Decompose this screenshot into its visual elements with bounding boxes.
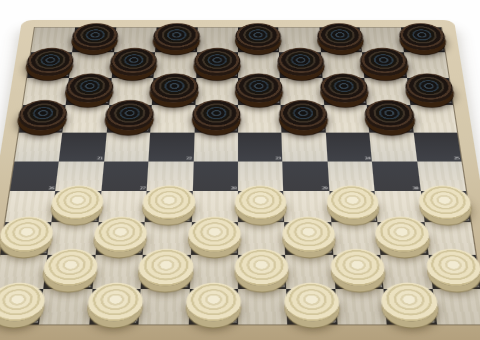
light-square-r10c10 xyxy=(432,289,480,325)
square-5[interactable]: 5 xyxy=(401,27,445,52)
light-piece-square-50[interactable] xyxy=(380,283,439,322)
light-piece-square-39[interactable] xyxy=(282,217,336,253)
square-number-label: 35 xyxy=(462,217,468,221)
square-4[interactable]: 4 xyxy=(319,27,362,52)
square-number-label: 26 xyxy=(48,186,54,190)
light-square-r4c2 xyxy=(63,105,109,133)
square-number-label: 21 xyxy=(97,157,103,160)
square-number-label: 50 xyxy=(428,319,435,323)
square-31[interactable]: 31 xyxy=(52,191,101,222)
light-square-r5c1 xyxy=(15,132,63,161)
light-piece-square-33[interactable] xyxy=(235,186,287,220)
square-number-label: 41 xyxy=(85,284,91,288)
square-number-label: 44 xyxy=(375,284,381,288)
light-piece-square-43[interactable] xyxy=(235,249,289,286)
square-number-label: 32 xyxy=(184,217,190,221)
square-21[interactable]: 21 xyxy=(59,132,106,161)
dark-piece-square-20[interactable] xyxy=(364,100,416,130)
light-piece-square-42[interactable] xyxy=(138,249,193,286)
square-29[interactable]: 29 xyxy=(283,161,330,191)
square-3[interactable]: 3 xyxy=(238,27,279,52)
square-1[interactable]: 1 xyxy=(72,27,116,52)
square-32[interactable]: 32 xyxy=(145,191,193,222)
square-number-label: 2 xyxy=(193,48,196,51)
square-27[interactable]: 27 xyxy=(101,161,148,191)
dark-piece-square-19[interactable] xyxy=(278,100,328,130)
light-piece-square-34[interactable] xyxy=(326,186,380,220)
square-number-label: 28 xyxy=(231,186,237,190)
square-44[interactable]: 44 xyxy=(333,255,384,289)
square-8[interactable]: 8 xyxy=(196,52,238,78)
square-20[interactable]: 20 xyxy=(367,105,413,133)
light-square-r5c7 xyxy=(282,132,328,161)
square-6[interactable]: 6 xyxy=(27,52,72,78)
square-number-label: 18 xyxy=(231,128,236,131)
square-number-label: 49 xyxy=(329,319,335,323)
square-number-label: 9 xyxy=(318,74,321,77)
square-45[interactable]: 45 xyxy=(428,255,480,289)
checkers-photo: 1234567891011121314151617181920212223242… xyxy=(0,0,480,340)
square-23[interactable]: 23 xyxy=(238,132,283,161)
light-square-r4c6 xyxy=(238,105,282,133)
square-number-label: 36 xyxy=(40,250,46,254)
square-number-label: 4 xyxy=(358,48,361,51)
dark-piece-square-1[interactable] xyxy=(70,23,119,50)
dark-piece-square-3[interactable] xyxy=(236,23,282,50)
light-piece-square-49[interactable] xyxy=(283,283,340,322)
light-piece-square-38[interactable] xyxy=(188,217,241,253)
square-number-label: 23 xyxy=(275,157,281,160)
square-number-label: 16 xyxy=(56,128,62,131)
square-number-label: 25 xyxy=(454,157,460,160)
square-13[interactable]: 13 xyxy=(238,78,281,105)
light-piece-square-35[interactable] xyxy=(417,186,473,220)
light-piece-square-36[interactable] xyxy=(0,217,55,253)
square-24[interactable]: 24 xyxy=(326,132,372,161)
light-square-r5c5 xyxy=(193,132,238,161)
light-piece-square-32[interactable] xyxy=(142,186,195,220)
light-square-r10c6 xyxy=(238,289,288,325)
square-30[interactable]: 30 xyxy=(372,161,420,191)
dark-piece-square-10[interactable] xyxy=(359,48,409,76)
square-number-label: 12 xyxy=(188,100,193,103)
square-15[interactable]: 15 xyxy=(407,78,453,105)
light-square-r4c10 xyxy=(410,105,457,133)
square-47[interactable]: 47 xyxy=(89,289,141,325)
square-number-label: 3 xyxy=(275,48,278,51)
dark-piece-square-12[interactable] xyxy=(150,73,199,102)
square-number-label: 7 xyxy=(150,74,153,77)
checkers-board: 1234567891011121314151617181920212223242… xyxy=(0,20,480,340)
square-46[interactable]: 46 xyxy=(0,289,44,325)
square-9[interactable]: 9 xyxy=(279,52,322,78)
dark-piece-square-8[interactable] xyxy=(193,48,240,76)
square-number-label: 37 xyxy=(135,250,141,254)
square-18[interactable]: 18 xyxy=(194,105,238,133)
dark-piece-square-6[interactable] xyxy=(25,48,75,76)
square-17[interactable]: 17 xyxy=(107,105,152,133)
square-35[interactable]: 35 xyxy=(420,191,470,222)
dark-piece-square-14[interactable] xyxy=(320,73,370,102)
square-number-label: 31 xyxy=(91,217,97,221)
board-grid: 1234567891011121314151617181920212223242… xyxy=(0,27,480,325)
light-piece-square-37[interactable] xyxy=(93,217,148,253)
square-49[interactable]: 49 xyxy=(287,289,338,325)
dark-piece-square-7[interactable] xyxy=(109,48,158,76)
light-square-r10c8 xyxy=(335,289,387,325)
square-34[interactable]: 34 xyxy=(329,191,377,222)
dark-piece-square-16[interactable] xyxy=(17,100,70,130)
square-26[interactable]: 26 xyxy=(10,161,59,191)
square-number-label: 47 xyxy=(131,319,137,323)
light-square-r10c2 xyxy=(39,289,92,325)
light-square-r4c8 xyxy=(324,105,369,133)
square-number-label: 46 xyxy=(32,319,39,323)
square-number-label: 11 xyxy=(102,100,108,103)
light-piece-square-47[interactable] xyxy=(86,283,144,322)
square-number-label: 30 xyxy=(412,186,418,190)
square-number-label: 42 xyxy=(182,284,188,288)
square-number-label: 48 xyxy=(230,319,236,323)
square-48[interactable]: 48 xyxy=(188,289,238,325)
dark-piece-square-18[interactable] xyxy=(192,100,241,130)
square-42[interactable]: 42 xyxy=(141,255,191,289)
dark-piece-square-2[interactable] xyxy=(153,23,200,50)
square-number-label: 34 xyxy=(370,217,376,221)
square-19[interactable]: 19 xyxy=(281,105,326,133)
square-7[interactable]: 7 xyxy=(112,52,156,78)
light-piece-square-40[interactable] xyxy=(374,217,430,253)
square-37[interactable]: 37 xyxy=(95,222,145,255)
square-40[interactable]: 40 xyxy=(378,222,429,255)
light-piece-square-31[interactable] xyxy=(49,186,104,220)
square-43[interactable]: 43 xyxy=(238,255,287,289)
square-33[interactable]: 33 xyxy=(238,191,285,222)
square-number-label: 22 xyxy=(186,157,192,160)
square-12[interactable]: 12 xyxy=(152,78,196,105)
square-22[interactable]: 22 xyxy=(149,132,195,161)
square-50[interactable]: 50 xyxy=(384,289,437,325)
square-number-label: 40 xyxy=(420,250,426,254)
square-number-label: 24 xyxy=(364,157,370,160)
dark-piece-square-17[interactable] xyxy=(104,100,155,130)
square-number-label: 45 xyxy=(472,284,479,288)
square-number-label: 8 xyxy=(234,74,237,77)
square-number-label: 10 xyxy=(399,74,405,77)
dark-piece-square-11[interactable] xyxy=(64,73,115,102)
square-number-label: 29 xyxy=(322,186,328,190)
square-25[interactable]: 25 xyxy=(413,132,461,161)
dark-piece-square-13[interactable] xyxy=(235,73,283,102)
square-16[interactable]: 16 xyxy=(19,105,66,133)
square-number-label: 39 xyxy=(325,250,331,254)
square-number-label: 1 xyxy=(110,48,113,51)
square-number-label: 43 xyxy=(279,284,285,288)
square-14[interactable]: 14 xyxy=(322,78,367,105)
square-number-label: 5 xyxy=(440,48,443,51)
square-number-label: 15 xyxy=(445,100,451,103)
square-number-label: 17 xyxy=(143,128,149,131)
square-number-label: 19 xyxy=(318,128,324,131)
light-piece-square-41[interactable] xyxy=(41,249,99,286)
square-10[interactable]: 10 xyxy=(362,52,407,78)
light-square-r5c9 xyxy=(369,132,416,161)
square-number-label: 27 xyxy=(139,186,145,190)
square-number-label: 33 xyxy=(277,217,283,221)
square-number-label: 6 xyxy=(65,74,68,77)
square-number-label: 14 xyxy=(360,100,366,103)
light-square-r4c4 xyxy=(150,105,195,133)
light-piece-square-45[interactable] xyxy=(425,249,480,286)
dark-piece-square-4[interactable] xyxy=(317,23,365,50)
square-39[interactable]: 39 xyxy=(285,222,334,255)
square-number-label: 13 xyxy=(274,100,279,103)
light-piece-square-44[interactable] xyxy=(330,249,386,286)
square-36[interactable]: 36 xyxy=(0,222,51,255)
square-11[interactable]: 11 xyxy=(66,78,111,105)
square-38[interactable]: 38 xyxy=(190,222,238,255)
dark-piece-square-15[interactable] xyxy=(404,73,456,102)
square-41[interactable]: 41 xyxy=(44,255,96,289)
dark-piece-square-9[interactable] xyxy=(277,48,325,76)
square-number-label: 38 xyxy=(230,250,236,254)
light-square-r10c4 xyxy=(139,289,190,325)
square-number-label: 20 xyxy=(406,128,412,131)
square-2[interactable]: 2 xyxy=(155,27,197,52)
light-piece-square-48[interactable] xyxy=(185,283,241,322)
square-28[interactable]: 28 xyxy=(192,161,238,191)
dark-piece-square-5[interactable] xyxy=(398,23,448,50)
light-square-r5c3 xyxy=(104,132,150,161)
